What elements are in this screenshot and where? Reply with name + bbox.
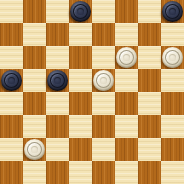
square-c3[interactable] <box>46 115 69 138</box>
black-man-h8[interactable] <box>162 1 183 22</box>
square-b4[interactable] <box>23 92 46 115</box>
square-c8 <box>46 0 69 23</box>
square-g5[interactable] <box>138 69 161 92</box>
square-d5 <box>69 69 92 92</box>
square-a1[interactable] <box>0 161 23 184</box>
checkers-board <box>0 0 184 184</box>
square-b1 <box>23 161 46 184</box>
square-b7 <box>23 23 46 46</box>
square-d3 <box>69 115 92 138</box>
square-e8 <box>92 0 115 23</box>
square-d7 <box>69 23 92 46</box>
square-a7[interactable] <box>0 23 23 46</box>
square-g1[interactable] <box>138 161 161 184</box>
square-f1 <box>115 161 138 184</box>
square-h1 <box>161 161 184 184</box>
square-a8 <box>0 0 23 23</box>
square-d4[interactable] <box>69 92 92 115</box>
square-h3 <box>161 115 184 138</box>
square-b3 <box>23 115 46 138</box>
square-a3[interactable] <box>0 115 23 138</box>
square-c1[interactable] <box>46 161 69 184</box>
black-man-c5[interactable] <box>47 70 68 91</box>
square-f2[interactable] <box>115 138 138 161</box>
square-a6 <box>0 46 23 69</box>
square-f4[interactable] <box>115 92 138 115</box>
square-f5 <box>115 69 138 92</box>
square-e2 <box>92 138 115 161</box>
square-f6[interactable] <box>115 46 138 69</box>
square-c4 <box>46 92 69 115</box>
black-man-d8[interactable] <box>70 1 91 22</box>
square-f3 <box>115 115 138 138</box>
square-f7 <box>115 23 138 46</box>
square-b8[interactable] <box>23 0 46 23</box>
black-man-a5[interactable] <box>1 70 22 91</box>
square-e5[interactable] <box>92 69 115 92</box>
square-h2[interactable] <box>161 138 184 161</box>
square-g8 <box>138 0 161 23</box>
square-h4[interactable] <box>161 92 184 115</box>
square-g7[interactable] <box>138 23 161 46</box>
square-b6[interactable] <box>23 46 46 69</box>
square-d8[interactable] <box>69 0 92 23</box>
square-c5[interactable] <box>46 69 69 92</box>
square-g2 <box>138 138 161 161</box>
square-d1 <box>69 161 92 184</box>
square-b5 <box>23 69 46 92</box>
square-h7 <box>161 23 184 46</box>
square-c2 <box>46 138 69 161</box>
square-e6 <box>92 46 115 69</box>
square-f8[interactable] <box>115 0 138 23</box>
white-man-e5[interactable] <box>93 70 114 91</box>
square-b2[interactable] <box>23 138 46 161</box>
square-c6 <box>46 46 69 69</box>
square-h8[interactable] <box>161 0 184 23</box>
white-man-h6[interactable] <box>162 47 183 68</box>
square-g4 <box>138 92 161 115</box>
square-e3[interactable] <box>92 115 115 138</box>
square-a4 <box>0 92 23 115</box>
square-c7[interactable] <box>46 23 69 46</box>
square-g3[interactable] <box>138 115 161 138</box>
square-g6 <box>138 46 161 69</box>
square-e4 <box>92 92 115 115</box>
square-e7[interactable] <box>92 23 115 46</box>
square-e1[interactable] <box>92 161 115 184</box>
square-d2[interactable] <box>69 138 92 161</box>
square-h5 <box>161 69 184 92</box>
square-a5[interactable] <box>0 69 23 92</box>
white-man-f6[interactable] <box>116 47 137 68</box>
square-h6[interactable] <box>161 46 184 69</box>
square-d6[interactable] <box>69 46 92 69</box>
white-man-b2[interactable] <box>24 139 45 160</box>
square-a2 <box>0 138 23 161</box>
